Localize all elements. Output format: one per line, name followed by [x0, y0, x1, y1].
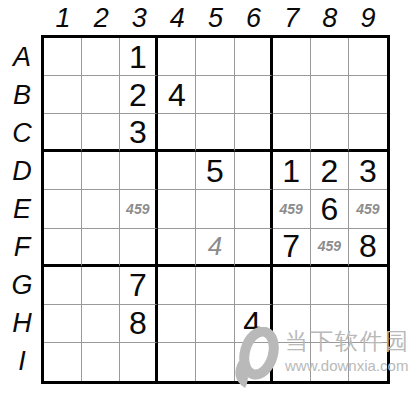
cell-C3[interactable]: 3 — [120, 114, 158, 152]
cell-F4[interactable] — [158, 229, 196, 267]
cell-H9[interactable] — [349, 305, 387, 343]
cell-I1[interactable] — [44, 343, 82, 381]
cell-E5[interactable] — [196, 190, 234, 228]
cell-G5[interactable] — [196, 267, 234, 305]
cell-D1[interactable] — [44, 152, 82, 190]
cell-C9[interactable] — [349, 114, 387, 152]
column-labels: 123456789 — [44, 3, 387, 33]
cell-I6[interactable] — [235, 343, 273, 381]
cell-D2[interactable] — [82, 152, 120, 190]
cell-C5[interactable] — [196, 114, 234, 152]
cell-B3[interactable]: 2 — [120, 76, 158, 114]
cell-B1[interactable] — [44, 76, 82, 114]
cell-D9[interactable]: 3 — [349, 152, 387, 190]
cell-E1[interactable] — [44, 190, 82, 228]
cell-E8[interactable]: 6 — [311, 190, 349, 228]
cell-A6[interactable] — [235, 38, 273, 76]
cell-B8[interactable] — [311, 76, 349, 114]
col-label-6: 6 — [235, 3, 273, 33]
cell-A3[interactable]: 1 — [120, 38, 158, 76]
cell-G9[interactable] — [349, 267, 387, 305]
cell-F5[interactable]: 4 — [196, 229, 234, 267]
row-label-F: F — [5, 229, 39, 267]
cell-G4[interactable] — [158, 267, 196, 305]
row-labels: ABCDEFGHI — [5, 38, 39, 381]
cell-G7[interactable] — [273, 267, 311, 305]
cell-F8[interactable]: 459 — [311, 229, 349, 267]
col-label-8: 8 — [311, 3, 349, 33]
cell-H6[interactable]: 4 — [235, 305, 273, 343]
cell-I5[interactable] — [196, 343, 234, 381]
cell-C4[interactable] — [158, 114, 196, 152]
col-label-7: 7 — [273, 3, 311, 33]
cell-B7[interactable] — [273, 76, 311, 114]
cell-F1[interactable] — [44, 229, 82, 267]
row-label-B: B — [5, 76, 39, 114]
cell-G6[interactable] — [235, 267, 273, 305]
cell-G2[interactable] — [82, 267, 120, 305]
row-label-D: D — [5, 152, 39, 190]
row-label-C: C — [5, 114, 39, 152]
cell-F3[interactable] — [120, 229, 158, 267]
cell-C8[interactable] — [311, 114, 349, 152]
sudoku-grid: 124351234594596459474598784 — [41, 35, 390, 384]
row-label-A: A — [5, 38, 39, 76]
cell-I3[interactable] — [120, 343, 158, 381]
cell-B2[interactable] — [82, 76, 120, 114]
cell-H3[interactable]: 8 — [120, 305, 158, 343]
cell-H7[interactable] — [273, 305, 311, 343]
cell-D6[interactable] — [235, 152, 273, 190]
cell-I8[interactable] — [311, 343, 349, 381]
cell-H5[interactable] — [196, 305, 234, 343]
cell-D8[interactable]: 2 — [311, 152, 349, 190]
cell-H1[interactable] — [44, 305, 82, 343]
cell-A5[interactable] — [196, 38, 234, 76]
row-label-I: I — [5, 343, 39, 381]
cell-B6[interactable] — [235, 76, 273, 114]
cell-E7[interactable]: 459 — [273, 190, 311, 228]
cell-G1[interactable] — [44, 267, 82, 305]
cell-D5[interactable]: 5 — [196, 152, 234, 190]
cell-B4[interactable]: 4 — [158, 76, 196, 114]
cell-B5[interactable] — [196, 76, 234, 114]
row-label-G: G — [5, 267, 39, 305]
col-label-3: 3 — [120, 3, 158, 33]
cell-E2[interactable] — [82, 190, 120, 228]
cell-A8[interactable] — [311, 38, 349, 76]
cell-C6[interactable] — [235, 114, 273, 152]
cell-F6[interactable] — [235, 229, 273, 267]
cell-D4[interactable] — [158, 152, 196, 190]
cell-C2[interactable] — [82, 114, 120, 152]
cell-F9[interactable]: 8 — [349, 229, 387, 267]
cell-A7[interactable] — [273, 38, 311, 76]
cell-E4[interactable] — [158, 190, 196, 228]
cell-I7[interactable] — [273, 343, 311, 381]
cell-F7[interactable]: 7 — [273, 229, 311, 267]
cell-C7[interactable] — [273, 114, 311, 152]
cell-D3[interactable] — [120, 152, 158, 190]
cell-A1[interactable] — [44, 38, 82, 76]
cell-I4[interactable] — [158, 343, 196, 381]
cell-F2[interactable] — [82, 229, 120, 267]
col-label-1: 1 — [44, 3, 82, 33]
cell-B9[interactable] — [349, 76, 387, 114]
row-label-E: E — [5, 190, 39, 228]
sudoku-board: 123456789 ABCDEFGHI 12435123459459645947… — [0, 0, 419, 397]
col-label-2: 2 — [82, 3, 120, 33]
row-label-H: H — [5, 305, 39, 343]
cell-E3[interactable]: 459 — [120, 190, 158, 228]
cell-E6[interactable] — [235, 190, 273, 228]
cell-A4[interactable] — [158, 38, 196, 76]
col-label-4: 4 — [158, 3, 196, 33]
cell-H8[interactable] — [311, 305, 349, 343]
col-label-9: 9 — [349, 3, 387, 33]
cell-G3[interactable]: 7 — [120, 267, 158, 305]
col-label-5: 5 — [196, 3, 234, 33]
cell-H4[interactable] — [158, 305, 196, 343]
cell-A9[interactable] — [349, 38, 387, 76]
cell-D7[interactable]: 1 — [273, 152, 311, 190]
cell-H2[interactable] — [82, 305, 120, 343]
cell-E9[interactable]: 459 — [349, 190, 387, 228]
cell-I2[interactable] — [82, 343, 120, 381]
cell-G8[interactable] — [311, 267, 349, 305]
cell-I9[interactable] — [349, 343, 387, 381]
cell-C1[interactable] — [44, 114, 82, 152]
cell-A2[interactable] — [82, 38, 120, 76]
